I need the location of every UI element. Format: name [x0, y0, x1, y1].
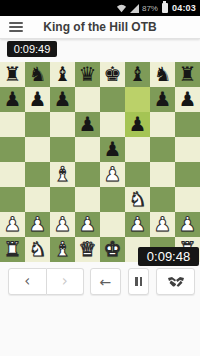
square-h8[interactable]: ♜ — [175, 62, 200, 87]
square-a1[interactable]: ♜ — [0, 237, 25, 262]
square-e2[interactable] — [100, 212, 125, 237]
square-g7[interactable]: ♟ — [150, 87, 175, 112]
square-b4[interactable] — [25, 162, 50, 187]
square-f6[interactable]: ♟ — [125, 112, 150, 137]
black-pawn-piece: ♟ — [154, 87, 172, 112]
chess-board[interactable]: ♜♞♝♛♚♝♞♜♟♟♟♟♟♟♟♟♝♟♞♟♟♟♟♟♟♟♜♞♝♛♚♜ — [0, 62, 200, 262]
black-rook-piece: ♜ — [179, 62, 197, 87]
square-d8[interactable]: ♛ — [75, 62, 100, 87]
square-d1[interactable]: ♛ — [75, 237, 100, 262]
square-h2[interactable]: ♟ — [175, 212, 200, 237]
black-king-piece: ♚ — [104, 62, 122, 87]
white-bishop-piece: ♝ — [54, 162, 72, 187]
square-f3[interactable]: ♞ — [125, 187, 150, 212]
square-d6[interactable]: ♟ — [75, 112, 100, 137]
black-knight-piece: ♞ — [29, 62, 47, 87]
square-a2[interactable]: ♟ — [0, 212, 25, 237]
square-d7[interactable] — [75, 87, 100, 112]
white-king-piece: ♚ — [104, 237, 122, 262]
offer-draw-button[interactable] — [156, 268, 195, 295]
white-pawn-piece: ♟ — [54, 212, 72, 237]
square-a4[interactable] — [0, 162, 25, 187]
game-controls: ‹ › ← — [8, 268, 195, 295]
square-f8[interactable]: ♝ — [125, 62, 150, 87]
black-pawn-piece: ♟ — [54, 87, 72, 112]
wifi-icon — [116, 3, 127, 13]
square-b6[interactable] — [25, 112, 50, 137]
square-b7[interactable]: ♟ — [25, 87, 50, 112]
square-h7[interactable]: ♟ — [175, 87, 200, 112]
square-g4[interactable] — [150, 162, 175, 187]
white-pawn-piece: ♟ — [104, 162, 122, 187]
white-knight-piece: ♞ — [129, 187, 147, 212]
black-pawn-piece: ♟ — [4, 87, 22, 112]
square-c6[interactable] — [50, 112, 75, 137]
square-e1[interactable]: ♚ — [100, 237, 125, 262]
square-a6[interactable] — [0, 112, 25, 137]
square-e4[interactable]: ♟ — [100, 162, 125, 187]
square-c7[interactable]: ♟ — [50, 87, 75, 112]
signal-icon — [130, 4, 139, 13]
square-b3[interactable] — [25, 187, 50, 212]
pause-button[interactable] — [128, 268, 150, 295]
square-g6[interactable] — [150, 112, 175, 137]
square-f5[interactable] — [125, 137, 150, 162]
square-f4[interactable] — [125, 162, 150, 187]
square-g3[interactable] — [150, 187, 175, 212]
square-a5[interactable] — [0, 137, 25, 162]
white-pawn-piece: ♟ — [129, 212, 147, 237]
white-pawn-piece: ♟ — [79, 212, 97, 237]
square-e3[interactable] — [100, 187, 125, 212]
black-bishop-piece: ♝ — [54, 62, 72, 87]
white-rook-piece: ♜ — [4, 237, 22, 262]
black-pawn-piece: ♟ — [104, 137, 122, 162]
black-rook-piece: ♜ — [4, 62, 22, 87]
chevron-right-icon: › — [62, 274, 68, 289]
square-e8[interactable]: ♚ — [100, 62, 125, 87]
battery-percent: 87% — [142, 4, 158, 13]
square-a7[interactable]: ♟ — [0, 87, 25, 112]
app-screen: 87% 04:03 King of the Hill OTB 0:09:49 0… — [0, 0, 200, 356]
white-bishop-piece: ♝ — [54, 237, 72, 262]
status-time: 04:03 — [172, 3, 196, 13]
pause-icon — [135, 277, 142, 286]
square-e5[interactable]: ♟ — [100, 137, 125, 162]
black-pawn-piece: ♟ — [29, 87, 47, 112]
takeback-button[interactable]: ← — [90, 268, 121, 295]
square-b8[interactable]: ♞ — [25, 62, 50, 87]
white-pawn-piece: ♟ — [179, 212, 197, 237]
square-a8[interactable]: ♜ — [0, 62, 25, 87]
white-pawn-piece: ♟ — [154, 212, 172, 237]
previous-move-button[interactable]: ‹ — [8, 268, 47, 295]
page-title: King of the Hill OTB — [0, 20, 200, 34]
square-c8[interactable]: ♝ — [50, 62, 75, 87]
white-knight-piece: ♞ — [29, 237, 47, 262]
square-c3[interactable] — [50, 187, 75, 212]
square-g5[interactable] — [150, 137, 175, 162]
square-h6[interactable] — [175, 112, 200, 137]
square-f7[interactable] — [125, 87, 150, 112]
square-c5[interactable] — [50, 137, 75, 162]
move-nav-group: ‹ › — [8, 268, 84, 295]
square-h3[interactable] — [175, 187, 200, 212]
battery-icon — [162, 3, 168, 13]
app-bar: King of the Hill OTB — [0, 16, 200, 39]
square-e6[interactable] — [100, 112, 125, 137]
black-pawn-piece: ♟ — [129, 112, 147, 137]
white-pawn-piece: ♟ — [4, 212, 22, 237]
square-g2[interactable]: ♟ — [150, 212, 175, 237]
square-c2[interactable]: ♟ — [50, 212, 75, 237]
white-pawn-piece: ♟ — [29, 212, 47, 237]
square-h5[interactable] — [175, 137, 200, 162]
square-d3[interactable] — [75, 187, 100, 212]
square-f2[interactable]: ♟ — [125, 212, 150, 237]
square-c4[interactable]: ♝ — [50, 162, 75, 187]
square-a3[interactable] — [0, 187, 25, 212]
next-move-button[interactable]: › — [47, 268, 85, 295]
square-d2[interactable]: ♟ — [75, 212, 100, 237]
handshake-icon — [167, 276, 185, 288]
white-queen-piece: ♛ — [79, 237, 97, 262]
square-d5[interactable] — [75, 137, 100, 162]
square-d4[interactable] — [75, 162, 100, 187]
square-b5[interactable] — [25, 137, 50, 162]
chevron-left-icon: ‹ — [24, 274, 30, 289]
black-clock: 0:09:49 — [7, 41, 57, 57]
square-e7[interactable] — [100, 87, 125, 112]
square-g8[interactable]: ♞ — [150, 62, 175, 87]
undo-arrow-icon: ← — [100, 274, 112, 290]
square-b2[interactable]: ♟ — [25, 212, 50, 237]
black-knight-piece: ♞ — [154, 62, 172, 87]
black-queen-piece: ♛ — [79, 62, 97, 87]
square-b1[interactable]: ♞ — [25, 237, 50, 262]
square-h4[interactable] — [175, 162, 200, 187]
black-pawn-piece: ♟ — [79, 112, 97, 137]
white-clock: 0:09:48 — [138, 247, 199, 266]
square-c1[interactable]: ♝ — [50, 237, 75, 262]
black-pawn-piece: ♟ — [179, 87, 197, 112]
status-bar: 87% 04:03 — [0, 0, 200, 16]
black-bishop-piece: ♝ — [129, 62, 147, 87]
